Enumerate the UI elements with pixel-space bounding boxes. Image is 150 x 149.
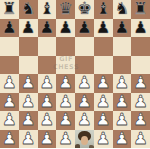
square-e3[interactable]: ♟ (75, 93, 94, 112)
square-f1[interactable]: ♟ (94, 130, 113, 149)
square-d2[interactable]: ♟ (56, 111, 75, 130)
square-d1[interactable]: ♟ (56, 130, 75, 149)
white-king-avatar (75, 130, 94, 149)
piece-white-pawn: ♟ (131, 111, 150, 130)
square-g3[interactable]: ♟ (113, 93, 132, 112)
square-c5[interactable] (38, 56, 57, 75)
square-g4[interactable]: ♟ (113, 74, 132, 93)
piece-black-bishop: ♝ (94, 0, 113, 19)
square-e6[interactable] (75, 37, 94, 56)
piece-white-pawn: ♟ (38, 130, 57, 149)
piece-black-pawn: ♟ (38, 19, 57, 38)
square-d3[interactable]: ♟ (56, 93, 75, 112)
piece-white-pawn: ♟ (94, 111, 113, 130)
piece-white-pawn: ♟ (131, 130, 150, 149)
piece-black-pawn: ♟ (131, 19, 150, 38)
square-a7[interactable]: ♟ (0, 19, 19, 38)
piece-black-knight: ♞ (113, 0, 132, 19)
square-c4[interactable]: ♟ (38, 74, 57, 93)
square-g6[interactable] (113, 37, 132, 56)
square-d6[interactable] (56, 37, 75, 56)
square-e8[interactable]: ♚ (75, 0, 94, 19)
piece-white-pawn: ♟ (131, 74, 150, 93)
piece-white-pawn: ♟ (19, 130, 38, 149)
square-f3[interactable]: ♟ (94, 93, 113, 112)
square-h8[interactable]: ♜ (131, 0, 150, 19)
piece-black-rook: ♜ (131, 0, 150, 19)
piece-black-pawn: ♟ (0, 19, 19, 38)
square-d7[interactable]: ♟ (56, 19, 75, 38)
square-e7[interactable]: ♟ (75, 19, 94, 38)
square-c8[interactable]: ♝ (38, 0, 57, 19)
piece-white-pawn: ♟ (56, 74, 75, 93)
square-b1[interactable]: ♟ (19, 130, 38, 149)
square-d8[interactable]: ♛ (56, 0, 75, 19)
square-g7[interactable]: ♟ (113, 19, 132, 38)
piece-white-pawn: ♟ (75, 111, 94, 130)
piece-white-pawn: ♟ (131, 93, 150, 112)
piece-black-pawn: ♟ (75, 19, 94, 38)
square-f6[interactable] (94, 37, 113, 56)
square-e4[interactable]: ♟ (75, 74, 94, 93)
piece-white-pawn: ♟ (0, 111, 19, 130)
piece-white-pawn: ♟ (19, 93, 38, 112)
piece-white-pawn: ♟ (0, 74, 19, 93)
square-e2[interactable]: ♟ (75, 111, 94, 130)
piece-black-rook: ♜ (0, 0, 19, 19)
square-b5[interactable] (19, 56, 38, 75)
piece-white-pawn: ♟ (0, 93, 19, 112)
square-d5[interactable] (56, 56, 75, 75)
square-c1[interactable]: ♟ (38, 130, 57, 149)
square-a6[interactable] (0, 37, 19, 56)
square-f8[interactable]: ♝ (94, 0, 113, 19)
square-a1[interactable]: ♟ (0, 130, 19, 149)
avatar-face (81, 136, 89, 145)
square-b7[interactable]: ♟ (19, 19, 38, 38)
piece-white-pawn: ♟ (75, 74, 94, 93)
piece-white-pawn: ♟ (56, 130, 75, 149)
square-a5[interactable] (0, 56, 19, 75)
square-e1[interactable] (75, 130, 94, 149)
piece-black-knight: ♞ (19, 0, 38, 19)
square-f4[interactable]: ♟ (94, 74, 113, 93)
piece-white-pawn: ♟ (56, 111, 75, 130)
square-g5[interactable] (113, 56, 132, 75)
piece-white-pawn: ♟ (113, 111, 132, 130)
piece-white-pawn: ♟ (113, 93, 132, 112)
avatar-shoulder-left (75, 144, 80, 148)
square-f7[interactable]: ♟ (94, 19, 113, 38)
square-a3[interactable]: ♟ (0, 93, 19, 112)
square-g2[interactable]: ♟ (113, 111, 132, 130)
square-e5[interactable] (75, 56, 94, 75)
square-c2[interactable]: ♟ (38, 111, 57, 130)
square-b4[interactable]: ♟ (19, 74, 38, 93)
piece-white-pawn: ♟ (113, 74, 132, 93)
piece-black-bishop: ♝ (38, 0, 57, 19)
piece-black-pawn: ♟ (94, 19, 113, 38)
chess-board: ♜♞♝♛♚♝♞♜♟♟♟♟♟♟♟♟♟♟♟♟♟♟♟♟♟♟♟♟♟♟♟♟♟♟♟♟♟♟♟♟… (0, 0, 150, 148)
piece-black-queen: ♛ (56, 0, 75, 19)
square-h1[interactable]: ♟ (131, 130, 150, 149)
square-a4[interactable]: ♟ (0, 74, 19, 93)
square-g8[interactable]: ♞ (113, 0, 132, 19)
chess-app-window: ♜♞♝♛♚♝♞♜♟♟♟♟♟♟♟♟♟♟♟♟♟♟♟♟♟♟♟♟♟♟♟♟♟♟♟♟♟♟♟♟… (0, 0, 150, 148)
piece-white-pawn: ♟ (19, 111, 38, 130)
square-b6[interactable] (19, 37, 38, 56)
square-b2[interactable]: ♟ (19, 111, 38, 130)
square-a8[interactable]: ♜ (0, 0, 19, 19)
piece-white-pawn: ♟ (113, 130, 132, 149)
square-a2[interactable]: ♟ (0, 111, 19, 130)
square-h7[interactable]: ♟ (131, 19, 150, 38)
square-b8[interactable]: ♞ (19, 0, 38, 19)
piece-black-pawn: ♟ (113, 19, 132, 38)
piece-white-pawn: ♟ (38, 111, 57, 130)
piece-black-king: ♚ (75, 0, 94, 19)
piece-white-pawn: ♟ (19, 74, 38, 93)
square-f2[interactable]: ♟ (94, 111, 113, 130)
piece-white-pawn: ♟ (75, 93, 94, 112)
piece-black-pawn: ♟ (19, 19, 38, 38)
piece-white-pawn: ♟ (38, 74, 57, 93)
piece-white-pawn: ♟ (94, 93, 113, 112)
piece-white-pawn: ♟ (94, 74, 113, 93)
square-b3[interactable]: ♟ (19, 93, 38, 112)
piece-black-pawn: ♟ (56, 19, 75, 38)
piece-white-pawn: ♟ (38, 93, 57, 112)
piece-white-pawn: ♟ (0, 130, 19, 149)
piece-white-pawn: ♟ (56, 93, 75, 112)
square-c3[interactable]: ♟ (38, 93, 57, 112)
square-c7[interactable]: ♟ (38, 19, 57, 38)
square-h5[interactable] (131, 56, 150, 75)
piece-white-pawn: ♟ (94, 130, 113, 149)
square-h3[interactable]: ♟ (131, 93, 150, 112)
square-h2[interactable]: ♟ (131, 111, 150, 130)
square-f5[interactable] (94, 56, 113, 75)
square-d4[interactable]: ♟ (56, 74, 75, 93)
square-h6[interactable] (131, 37, 150, 56)
square-c6[interactable] (38, 37, 57, 56)
square-g1[interactable]: ♟ (113, 130, 132, 149)
square-h4[interactable]: ♟ (131, 74, 150, 93)
